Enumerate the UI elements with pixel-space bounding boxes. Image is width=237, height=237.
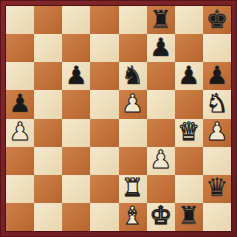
white-king[interactable]: ♚ — [149, 203, 171, 228]
square-c4[interactable] — [62, 119, 90, 147]
square-c3[interactable] — [62, 147, 90, 175]
square-b1[interactable] — [34, 203, 62, 231]
black-pawn[interactable]: ♟ — [9, 91, 31, 116]
square-f5[interactable] — [147, 90, 175, 118]
black-pawn[interactable]: ♟ — [65, 63, 87, 88]
white-pawn[interactable]: ♟ — [121, 91, 143, 116]
square-g2[interactable] — [175, 175, 203, 203]
square-b4[interactable] — [34, 119, 62, 147]
square-h6[interactable]: ♟ — [203, 62, 231, 90]
square-d3[interactable] — [90, 147, 118, 175]
square-a4[interactable]: ♟ — [6, 119, 34, 147]
black-king[interactable]: ♚ — [206, 7, 228, 32]
white-bishop[interactable]: ♝ — [121, 203, 143, 228]
square-f7[interactable]: ♟ — [147, 34, 175, 62]
square-b5[interactable] — [34, 90, 62, 118]
square-f4[interactable] — [147, 119, 175, 147]
square-b2[interactable] — [34, 175, 62, 203]
square-f2[interactable] — [147, 175, 175, 203]
square-e1[interactable]: ♝ — [119, 203, 147, 231]
square-a6[interactable] — [6, 62, 34, 90]
square-b8[interactable] — [34, 6, 62, 34]
square-a5[interactable]: ♟ — [6, 90, 34, 118]
white-pawn[interactable]: ♟ — [9, 119, 31, 144]
white-pawn[interactable]: ♟ — [206, 119, 228, 144]
square-d1[interactable] — [90, 203, 118, 231]
black-pawn[interactable]: ♟ — [149, 35, 171, 60]
square-d4[interactable] — [90, 119, 118, 147]
square-c5[interactable] — [62, 90, 90, 118]
square-h1[interactable] — [203, 203, 231, 231]
square-f6[interactable] — [147, 62, 175, 90]
square-c8[interactable] — [62, 6, 90, 34]
square-f1[interactable]: ♚ — [147, 203, 175, 231]
square-h5[interactable]: ♞ — [203, 90, 231, 118]
square-c7[interactable] — [62, 34, 90, 62]
square-h3[interactable] — [203, 147, 231, 175]
square-e6[interactable]: ♞ — [119, 62, 147, 90]
square-h7[interactable] — [203, 34, 231, 62]
square-g5[interactable] — [175, 90, 203, 118]
square-c6[interactable]: ♟ — [62, 62, 90, 90]
black-queen[interactable]: ♛ — [206, 175, 228, 200]
square-f8[interactable]: ♜ — [147, 6, 175, 34]
square-e8[interactable] — [119, 6, 147, 34]
square-c2[interactable] — [62, 175, 90, 203]
square-h8[interactable]: ♚ — [203, 6, 231, 34]
square-e2[interactable]: ♜ — [119, 175, 147, 203]
square-a2[interactable] — [6, 175, 34, 203]
square-b6[interactable] — [34, 62, 62, 90]
black-knight[interactable]: ♞ — [121, 63, 143, 88]
square-b7[interactable] — [34, 34, 62, 62]
square-g3[interactable] — [175, 147, 203, 175]
square-f3[interactable]: ♟ — [147, 147, 175, 175]
square-e7[interactable] — [119, 34, 147, 62]
white-queen[interactable]: ♛ — [178, 119, 200, 144]
square-g7[interactable] — [175, 34, 203, 62]
square-c1[interactable] — [62, 203, 90, 231]
white-rook[interactable]: ♜ — [121, 175, 143, 200]
square-a1[interactable] — [6, 203, 34, 231]
square-g4[interactable]: ♛ — [175, 119, 203, 147]
board-frame: ♜♚♟♟♞♟♟♟♟♞♟♛♟♟♜♛♝♚♜ — [0, 0, 237, 237]
square-h2[interactable]: ♛ — [203, 175, 231, 203]
square-g6[interactable]: ♟ — [175, 62, 203, 90]
square-e3[interactable] — [119, 147, 147, 175]
square-e5[interactable]: ♟ — [119, 90, 147, 118]
black-pawn[interactable]: ♟ — [206, 63, 228, 88]
square-d5[interactable] — [90, 90, 118, 118]
square-d2[interactable] — [90, 175, 118, 203]
black-rook[interactable]: ♜ — [149, 7, 171, 32]
white-pawn[interactable]: ♟ — [149, 147, 171, 172]
square-b3[interactable] — [34, 147, 62, 175]
square-h4[interactable]: ♟ — [203, 119, 231, 147]
white-knight[interactable]: ♞ — [206, 91, 228, 116]
square-g8[interactable] — [175, 6, 203, 34]
square-d6[interactable] — [90, 62, 118, 90]
chess-board: ♜♚♟♟♞♟♟♟♟♞♟♛♟♟♜♛♝♚♜ — [6, 6, 231, 231]
square-a3[interactable] — [6, 147, 34, 175]
square-g1[interactable]: ♜ — [175, 203, 203, 231]
square-a7[interactable] — [6, 34, 34, 62]
black-pawn[interactable]: ♟ — [178, 63, 200, 88]
square-e4[interactable] — [119, 119, 147, 147]
square-d8[interactable] — [90, 6, 118, 34]
square-d7[interactable] — [90, 34, 118, 62]
square-a8[interactable] — [6, 6, 34, 34]
black-rook[interactable]: ♜ — [178, 203, 200, 228]
